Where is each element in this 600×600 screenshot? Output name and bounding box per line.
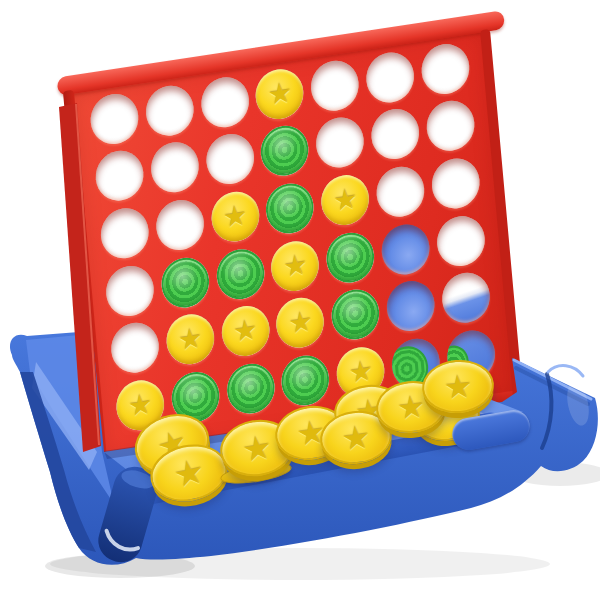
product-photo-stage: ★★★★★★★★★ <box>0 0 600 600</box>
tray-graphic <box>0 0 600 600</box>
star-icon: ★ <box>422 359 494 414</box>
tray-disc-yellow[interactable]: ★ <box>420 356 496 415</box>
wing-highlight <box>548 366 583 376</box>
